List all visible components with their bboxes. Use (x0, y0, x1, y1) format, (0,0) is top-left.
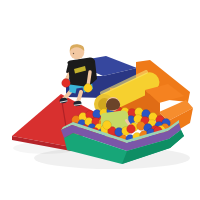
child1-leg-left (64, 91, 71, 99)
play-ball (62, 79, 71, 88)
child1-eye (73, 53, 74, 54)
play-ball (84, 84, 93, 93)
play-ball (127, 125, 136, 134)
child1-torso (67, 58, 97, 88)
soft-play-illustration (0, 0, 200, 200)
play-ball (103, 121, 112, 130)
product-photo (0, 0, 200, 200)
